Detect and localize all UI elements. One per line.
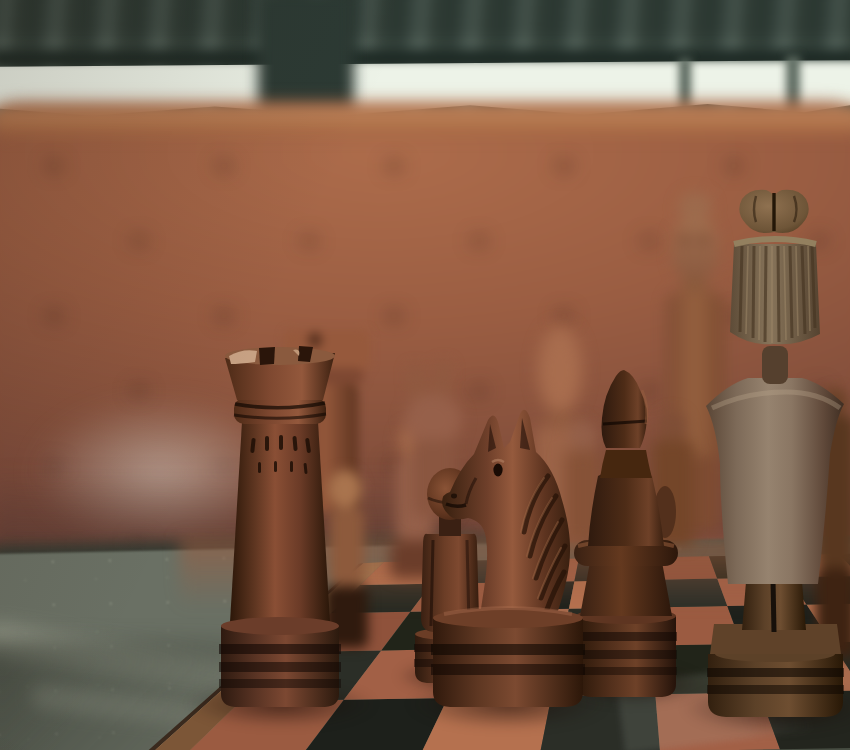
- rook-piece: [205, 338, 355, 713]
- queen-piece: [698, 186, 850, 720]
- chess-photo-scene: [0, 0, 850, 750]
- knight-piece: [424, 406, 592, 716]
